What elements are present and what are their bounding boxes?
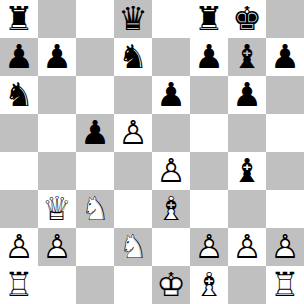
square-f6[interactable] [190, 76, 228, 114]
square-a6[interactable]: ♞ [0, 76, 38, 114]
piece-black-bishop-icon: ♝ [228, 38, 266, 76]
piece-black-pawn-icon: ♟ [152, 76, 190, 114]
square-b2[interactable]: ♟♙ [38, 228, 76, 266]
square-h8[interactable] [266, 0, 304, 38]
square-g3[interactable] [228, 190, 266, 228]
piece-black-rook-icon: ♜ [190, 0, 228, 38]
square-f1[interactable]: ♝♗ [190, 266, 228, 304]
square-h3[interactable] [266, 190, 304, 228]
square-c6[interactable] [76, 76, 114, 114]
piece-black-queen-icon: ♛ [114, 0, 152, 38]
piece-white-pawn-icon: ♙ [190, 228, 228, 266]
square-h1[interactable]: ♜♖ [266, 266, 304, 304]
square-b8[interactable] [38, 0, 76, 38]
square-c7[interactable] [76, 38, 114, 76]
square-a4[interactable] [0, 152, 38, 190]
square-g7[interactable]: ♝ [228, 38, 266, 76]
square-g6[interactable]: ♟ [228, 76, 266, 114]
square-f8[interactable]: ♜ [190, 0, 228, 38]
piece-black-pawn-icon: ♟ [0, 38, 38, 76]
square-c2[interactable] [76, 228, 114, 266]
piece-white-bishop-icon: ♗ [190, 266, 228, 304]
square-c1[interactable] [76, 266, 114, 304]
square-g4[interactable]: ♝ [228, 152, 266, 190]
piece-white-rook-icon: ♖ [266, 266, 304, 304]
square-g2[interactable]: ♟♙ [228, 228, 266, 266]
piece-white-pawn-icon: ♙ [114, 114, 152, 152]
square-e4[interactable]: ♟♙ [152, 152, 190, 190]
square-b6[interactable] [38, 76, 76, 114]
piece-black-king-icon: ♚ [228, 0, 266, 38]
square-b7[interactable]: ♟ [38, 38, 76, 76]
square-d5[interactable]: ♟♙ [114, 114, 152, 152]
square-e3[interactable]: ♝♗ [152, 190, 190, 228]
square-h2[interactable]: ♟♙ [266, 228, 304, 266]
square-b3[interactable]: ♛♕ [38, 190, 76, 228]
square-f5[interactable] [190, 114, 228, 152]
piece-white-king-icon: ♔ [152, 266, 190, 304]
piece-white-knight-icon: ♘ [114, 228, 152, 266]
square-e5[interactable] [152, 114, 190, 152]
square-c3[interactable]: ♞♘ [76, 190, 114, 228]
piece-white-bishop-icon: ♗ [152, 190, 190, 228]
chess-board: ♜♛♜♚♟♟♞♟♝♟♞♟♟♟♟♙♟♙♝♛♕♞♘♝♗♟♙♟♙♞♘♟♙♟♙♟♙♜♖♚… [0, 0, 304, 304]
piece-black-knight-icon: ♞ [0, 76, 38, 114]
square-a3[interactable] [0, 190, 38, 228]
square-h6[interactable] [266, 76, 304, 114]
square-b4[interactable] [38, 152, 76, 190]
piece-black-bishop-icon: ♝ [228, 152, 266, 190]
square-a5[interactable] [0, 114, 38, 152]
square-e7[interactable] [152, 38, 190, 76]
square-f3[interactable] [190, 190, 228, 228]
piece-white-queen-icon: ♕ [38, 190, 76, 228]
piece-white-rook-icon: ♖ [0, 266, 38, 304]
square-h4[interactable] [266, 152, 304, 190]
square-d1[interactable] [114, 266, 152, 304]
square-a1[interactable]: ♜♖ [0, 266, 38, 304]
square-d8[interactable]: ♛ [114, 0, 152, 38]
piece-white-pawn-icon: ♙ [228, 228, 266, 266]
square-f7[interactable]: ♟ [190, 38, 228, 76]
piece-white-pawn-icon: ♙ [152, 152, 190, 190]
piece-black-knight-icon: ♞ [114, 38, 152, 76]
piece-black-pawn-icon: ♟ [228, 76, 266, 114]
square-g1[interactable] [228, 266, 266, 304]
piece-white-pawn-icon: ♙ [38, 228, 76, 266]
piece-black-rook-icon: ♜ [0, 0, 38, 38]
square-g8[interactable]: ♚ [228, 0, 266, 38]
piece-black-pawn-icon: ♟ [266, 38, 304, 76]
piece-black-pawn-icon: ♟ [38, 38, 76, 76]
square-h7[interactable]: ♟ [266, 38, 304, 76]
piece-white-pawn-icon: ♙ [0, 228, 38, 266]
square-a8[interactable]: ♜ [0, 0, 38, 38]
square-d3[interactable] [114, 190, 152, 228]
square-d6[interactable] [114, 76, 152, 114]
piece-white-knight-icon: ♘ [76, 190, 114, 228]
square-e8[interactable] [152, 0, 190, 38]
square-f2[interactable]: ♟♙ [190, 228, 228, 266]
piece-black-pawn-icon: ♟ [190, 38, 228, 76]
piece-white-pawn-icon: ♙ [266, 228, 304, 266]
square-e1[interactable]: ♚♔ [152, 266, 190, 304]
square-h5[interactable] [266, 114, 304, 152]
square-e2[interactable] [152, 228, 190, 266]
square-c4[interactable] [76, 152, 114, 190]
square-d4[interactable] [114, 152, 152, 190]
square-a2[interactable]: ♟♙ [0, 228, 38, 266]
square-b1[interactable] [38, 266, 76, 304]
square-a7[interactable]: ♟ [0, 38, 38, 76]
square-d2[interactable]: ♞♘ [114, 228, 152, 266]
square-f4[interactable] [190, 152, 228, 190]
square-b5[interactable] [38, 114, 76, 152]
square-c8[interactable] [76, 0, 114, 38]
square-e6[interactable]: ♟ [152, 76, 190, 114]
piece-black-pawn-icon: ♟ [76, 114, 114, 152]
square-d7[interactable]: ♞ [114, 38, 152, 76]
square-g5[interactable] [228, 114, 266, 152]
square-c5[interactable]: ♟ [76, 114, 114, 152]
